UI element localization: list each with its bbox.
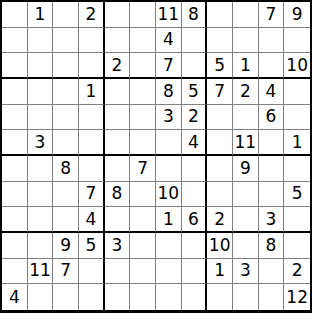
cell-r3c11-empty[interactable]: [259, 53, 285, 79]
cell-r9c10-empty[interactable]: [233, 207, 259, 233]
cell-r3c1-empty[interactable]: [2, 53, 28, 79]
cell-r1c10-empty[interactable]: [233, 2, 259, 28]
cell-r9c12-empty[interactable]: [284, 207, 310, 233]
cell-r1c5-empty[interactable]: [105, 2, 131, 28]
cell-r2c5-empty[interactable]: [105, 28, 131, 54]
cell-r6c6-empty[interactable]: [130, 130, 156, 156]
cell-r2c10-empty[interactable]: [233, 28, 259, 54]
cell-r11c2-given-11[interactable]: 11: [28, 259, 54, 285]
cell-r6c5-empty[interactable]: [105, 130, 131, 156]
cell-r10c1-empty[interactable]: [2, 233, 28, 259]
cell-r8c5-given-8[interactable]: 8: [105, 182, 131, 208]
cell-r8c12-given-5[interactable]: 5: [284, 182, 310, 208]
cell-r7c8-empty[interactable]: [182, 156, 208, 182]
cell-r6c10-given-11[interactable]: 11: [233, 130, 259, 156]
cell-r1c7-given-11[interactable]: 11: [156, 2, 182, 28]
cell-r3c8-empty[interactable]: [182, 53, 208, 79]
cell-r4c11-given-4[interactable]: 4: [259, 79, 285, 105]
cell-r11c1-empty[interactable]: [2, 259, 28, 285]
cell-r8c4-given-7[interactable]: 7: [79, 182, 105, 208]
cell-r1c11-given-7[interactable]: 7: [259, 2, 285, 28]
cell-r10c3-given-9[interactable]: 9: [53, 233, 79, 259]
cell-r5c9-empty[interactable]: [207, 105, 233, 131]
cell-r9c9-given-2[interactable]: 2: [207, 207, 233, 233]
cell-r3c7-given-7[interactable]: 7: [156, 53, 182, 79]
cell-r10c6-empty[interactable]: [130, 233, 156, 259]
cell-r9c1-empty[interactable]: [2, 207, 28, 233]
cell-r1c9-empty[interactable]: [207, 2, 233, 28]
cell-r3c10-given-1[interactable]: 1: [233, 53, 259, 79]
cell-r10c11-given-8[interactable]: 8: [259, 233, 285, 259]
cell-r5c7-given-3[interactable]: 3: [156, 105, 182, 131]
cell-r6c11-empty[interactable]: [259, 130, 285, 156]
cell-r8c6-empty[interactable]: [130, 182, 156, 208]
cell-r6c12-given-1[interactable]: 1: [284, 130, 310, 156]
cell-r11c3-given-7[interactable]: 7: [53, 259, 79, 285]
cell-r9c2-empty[interactable]: [28, 207, 54, 233]
cell-r10c10-empty[interactable]: [233, 233, 259, 259]
cell-r11c11-empty[interactable]: [259, 259, 285, 285]
cell-r1c1-empty[interactable]: [2, 2, 28, 28]
cell-r11c9-given-1[interactable]: 1: [207, 259, 233, 285]
cell-r4c5-empty[interactable]: [105, 79, 131, 105]
cell-r5c4-empty[interactable]: [79, 105, 105, 131]
cell-r5c11-given-6[interactable]: 6: [259, 105, 285, 131]
cell-r5c6-empty[interactable]: [130, 105, 156, 131]
cell-r12c2-empty[interactable]: [28, 284, 54, 310]
cell-r12c7-empty[interactable]: [156, 284, 182, 310]
cell-r9c6-empty[interactable]: [130, 207, 156, 233]
cell-r3c2-empty[interactable]: [28, 53, 54, 79]
cell-r12c9-empty[interactable]: [207, 284, 233, 310]
cell-r2c4-empty[interactable]: [79, 28, 105, 54]
cell-r7c7-empty[interactable]: [156, 156, 182, 182]
cell-r11c7-empty[interactable]: [156, 259, 182, 285]
cell-r4c8-given-5[interactable]: 5: [182, 79, 208, 105]
cell-r6c2-given-3[interactable]: 3: [28, 130, 54, 156]
cell-r12c10-empty[interactable]: [233, 284, 259, 310]
cell-r9c4-given-4[interactable]: 4: [79, 207, 105, 233]
cell-r1c2-given-1[interactable]: 1: [28, 2, 54, 28]
cell-r2c7-given-4[interactable]: 4: [156, 28, 182, 54]
cell-r4c1-empty[interactable]: [2, 79, 28, 105]
cell-r2c11-empty[interactable]: [259, 28, 285, 54]
cell-r12c3-empty[interactable]: [53, 284, 79, 310]
cell-r2c6-empty[interactable]: [130, 28, 156, 54]
cell-r11c8-empty[interactable]: [182, 259, 208, 285]
cell-r7c10-given-9[interactable]: 9: [233, 156, 259, 182]
cell-r5c2-empty[interactable]: [28, 105, 54, 131]
cell-r7c1-empty[interactable]: [2, 156, 28, 182]
cell-r4c9-given-7[interactable]: 7: [207, 79, 233, 105]
cell-r7c5-empty[interactable]: [105, 156, 131, 182]
cell-r5c5-empty[interactable]: [105, 105, 131, 131]
cell-r10c5-given-3[interactable]: 3: [105, 233, 131, 259]
cell-r3c5-given-2[interactable]: 2: [105, 53, 131, 79]
cell-r7c6-given-7[interactable]: 7: [130, 156, 156, 182]
cell-r7c4-empty[interactable]: [79, 156, 105, 182]
cell-r7c2-empty[interactable]: [28, 156, 54, 182]
cell-r11c5-empty[interactable]: [105, 259, 131, 285]
cell-r8c2-empty[interactable]: [28, 182, 54, 208]
cell-r2c1-empty[interactable]: [2, 28, 28, 54]
cell-r10c9-given-10[interactable]: 10: [207, 233, 233, 259]
cell-r4c6-empty[interactable]: [130, 79, 156, 105]
cell-r2c2-empty[interactable]: [28, 28, 54, 54]
cell-r6c9-empty[interactable]: [207, 130, 233, 156]
cell-r11c4-empty[interactable]: [79, 259, 105, 285]
cell-r3c3-empty[interactable]: [53, 53, 79, 79]
cell-r9c5-empty[interactable]: [105, 207, 131, 233]
cell-r10c12-empty[interactable]: [284, 233, 310, 259]
cell-r2c12-empty[interactable]: [284, 28, 310, 54]
cell-r4c4-given-1[interactable]: 1: [79, 79, 105, 105]
cell-r8c8-empty[interactable]: [182, 182, 208, 208]
cell-r3c12-given-10[interactable]: 10: [284, 53, 310, 79]
cell-r4c12-empty[interactable]: [284, 79, 310, 105]
cell-r8c9-empty[interactable]: [207, 182, 233, 208]
cell-r7c3-given-8[interactable]: 8: [53, 156, 79, 182]
cell-r11c10-given-3[interactable]: 3: [233, 259, 259, 285]
cell-r9c8-given-6[interactable]: 6: [182, 207, 208, 233]
cell-r1c12-given-9[interactable]: 9: [284, 2, 310, 28]
cell-r5c12-empty[interactable]: [284, 105, 310, 131]
cell-r12c4-empty[interactable]: [79, 284, 105, 310]
cell-r3c4-empty[interactable]: [79, 53, 105, 79]
sudoku-board: 1211879427511018572432634111879781054162…: [0, 0, 312, 313]
cell-r8c10-empty[interactable]: [233, 182, 259, 208]
cell-r6c4-empty[interactable]: [79, 130, 105, 156]
cell-r2c9-empty[interactable]: [207, 28, 233, 54]
cell-r9c3-empty[interactable]: [53, 207, 79, 233]
cell-r10c7-empty[interactable]: [156, 233, 182, 259]
cell-r12c12-given-12[interactable]: 12: [284, 284, 310, 310]
cell-r9c11-given-3[interactable]: 3: [259, 207, 285, 233]
cell-r12c1-given-4[interactable]: 4: [2, 284, 28, 310]
cell-r10c4-given-5[interactable]: 5: [79, 233, 105, 259]
cell-r3c9-given-5[interactable]: 5: [207, 53, 233, 79]
cell-r5c3-empty[interactable]: [53, 105, 79, 131]
cell-r6c1-empty[interactable]: [2, 130, 28, 156]
cell-r8c7-given-10[interactable]: 10: [156, 182, 182, 208]
cell-r12c11-empty[interactable]: [259, 284, 285, 310]
cell-r12c8-empty[interactable]: [182, 284, 208, 310]
cell-r6c3-empty[interactable]: [53, 130, 79, 156]
cell-r1c6-empty[interactable]: [130, 2, 156, 28]
cell-r4c7-given-8[interactable]: 8: [156, 79, 182, 105]
cell-r10c2-empty[interactable]: [28, 233, 54, 259]
cell-r12c6-empty[interactable]: [130, 284, 156, 310]
cell-r8c1-empty[interactable]: [2, 182, 28, 208]
cell-r7c9-empty[interactable]: [207, 156, 233, 182]
cell-r7c12-empty[interactable]: [284, 156, 310, 182]
cell-r4c2-empty[interactable]: [28, 79, 54, 105]
cell-r2c8-empty[interactable]: [182, 28, 208, 54]
cell-r4c10-given-2[interactable]: 2: [233, 79, 259, 105]
cell-r1c4-given-2[interactable]: 2: [79, 2, 105, 28]
cell-r4c3-empty[interactable]: [53, 79, 79, 105]
cell-r3c6-empty[interactable]: [130, 53, 156, 79]
cell-r12c5-empty[interactable]: [105, 284, 131, 310]
cell-r11c6-empty[interactable]: [130, 259, 156, 285]
cell-r6c8-given-4[interactable]: 4: [182, 130, 208, 156]
cell-r7c11-empty[interactable]: [259, 156, 285, 182]
cell-r5c10-empty[interactable]: [233, 105, 259, 131]
cell-r5c1-empty[interactable]: [2, 105, 28, 131]
cell-r11c12-given-2[interactable]: 2: [284, 259, 310, 285]
cell-r10c8-empty[interactable]: [182, 233, 208, 259]
cell-r8c11-empty[interactable]: [259, 182, 285, 208]
cell-r6c7-empty[interactable]: [156, 130, 182, 156]
cell-r1c8-given-8[interactable]: 8: [182, 2, 208, 28]
cell-r2c3-empty[interactable]: [53, 28, 79, 54]
cell-r8c3-empty[interactable]: [53, 182, 79, 208]
cell-r5c8-given-2[interactable]: 2: [182, 105, 208, 131]
cell-r1c3-empty[interactable]: [53, 2, 79, 28]
cell-r9c7-given-1[interactable]: 1: [156, 207, 182, 233]
